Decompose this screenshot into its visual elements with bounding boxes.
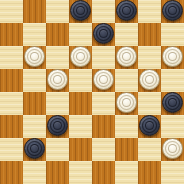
square-g5[interactable]: [138, 69, 161, 92]
square-d2[interactable]: [69, 138, 92, 161]
checkers-board: [0, 0, 184, 184]
square-b3[interactable]: [23, 115, 46, 138]
square-c4[interactable]: [46, 92, 69, 115]
square-e5[interactable]: [92, 69, 115, 92]
square-c8[interactable]: [46, 0, 69, 23]
black-piece[interactable]: [162, 92, 183, 113]
square-f8[interactable]: [115, 0, 138, 23]
white-piece[interactable]: [116, 46, 137, 67]
white-piece[interactable]: [162, 46, 183, 67]
square-f2[interactable]: [115, 138, 138, 161]
square-b2[interactable]: [23, 138, 46, 161]
square-d4[interactable]: [69, 92, 92, 115]
black-piece[interactable]: [93, 23, 114, 44]
square-a7[interactable]: [0, 23, 23, 46]
square-h5[interactable]: [161, 69, 184, 92]
square-c6[interactable]: [46, 46, 69, 69]
square-d5[interactable]: [69, 69, 92, 92]
white-piece[interactable]: [93, 69, 114, 90]
square-b5[interactable]: [23, 69, 46, 92]
square-a8[interactable]: [0, 0, 23, 23]
square-e6[interactable]: [92, 46, 115, 69]
black-piece[interactable]: [162, 0, 183, 21]
square-b8[interactable]: [23, 0, 46, 23]
square-h4[interactable]: [161, 92, 184, 115]
square-d8[interactable]: [69, 0, 92, 23]
white-piece[interactable]: [70, 46, 91, 67]
square-a1[interactable]: [0, 161, 23, 184]
square-c3[interactable]: [46, 115, 69, 138]
square-e8[interactable]: [92, 0, 115, 23]
square-g7[interactable]: [138, 23, 161, 46]
square-d3[interactable]: [69, 115, 92, 138]
square-d7[interactable]: [69, 23, 92, 46]
square-f6[interactable]: [115, 46, 138, 69]
square-g8[interactable]: [138, 0, 161, 23]
square-d6[interactable]: [69, 46, 92, 69]
square-g6[interactable]: [138, 46, 161, 69]
square-e3[interactable]: [92, 115, 115, 138]
square-h7[interactable]: [161, 23, 184, 46]
square-a3[interactable]: [0, 115, 23, 138]
square-a5[interactable]: [0, 69, 23, 92]
square-g3[interactable]: [138, 115, 161, 138]
white-piece[interactable]: [139, 69, 160, 90]
square-d1[interactable]: [69, 161, 92, 184]
black-piece[interactable]: [24, 138, 45, 159]
square-h1[interactable]: [161, 161, 184, 184]
square-a6[interactable]: [0, 46, 23, 69]
square-h8[interactable]: [161, 0, 184, 23]
square-b4[interactable]: [23, 92, 46, 115]
white-piece[interactable]: [162, 138, 183, 159]
square-e7[interactable]: [92, 23, 115, 46]
square-h2[interactable]: [161, 138, 184, 161]
square-h3[interactable]: [161, 115, 184, 138]
square-c1[interactable]: [46, 161, 69, 184]
square-g2[interactable]: [138, 138, 161, 161]
square-f3[interactable]: [115, 115, 138, 138]
square-a4[interactable]: [0, 92, 23, 115]
square-f5[interactable]: [115, 69, 138, 92]
square-b7[interactable]: [23, 23, 46, 46]
black-piece[interactable]: [70, 0, 91, 21]
square-b1[interactable]: [23, 161, 46, 184]
black-piece[interactable]: [116, 0, 137, 21]
square-c5[interactable]: [46, 69, 69, 92]
square-b6[interactable]: [23, 46, 46, 69]
white-piece[interactable]: [24, 46, 45, 67]
white-piece[interactable]: [116, 92, 137, 113]
black-piece[interactable]: [139, 115, 160, 136]
square-h6[interactable]: [161, 46, 184, 69]
square-e4[interactable]: [92, 92, 115, 115]
square-f7[interactable]: [115, 23, 138, 46]
square-e1[interactable]: [92, 161, 115, 184]
square-e2[interactable]: [92, 138, 115, 161]
black-piece[interactable]: [47, 115, 68, 136]
square-f4[interactable]: [115, 92, 138, 115]
white-piece[interactable]: [47, 69, 68, 90]
square-a2[interactable]: [0, 138, 23, 161]
square-f1[interactable]: [115, 161, 138, 184]
square-c7[interactable]: [46, 23, 69, 46]
square-g1[interactable]: [138, 161, 161, 184]
square-c2[interactable]: [46, 138, 69, 161]
square-g4[interactable]: [138, 92, 161, 115]
